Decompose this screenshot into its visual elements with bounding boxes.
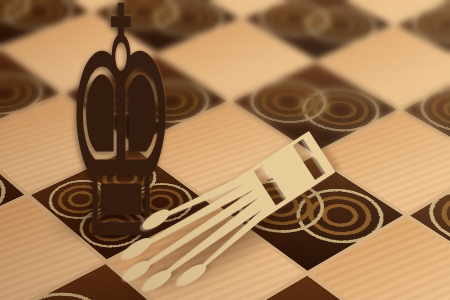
chessboard-photo: ♚ ♛: [0, 0, 450, 300]
chess-board: [0, 0, 450, 300]
